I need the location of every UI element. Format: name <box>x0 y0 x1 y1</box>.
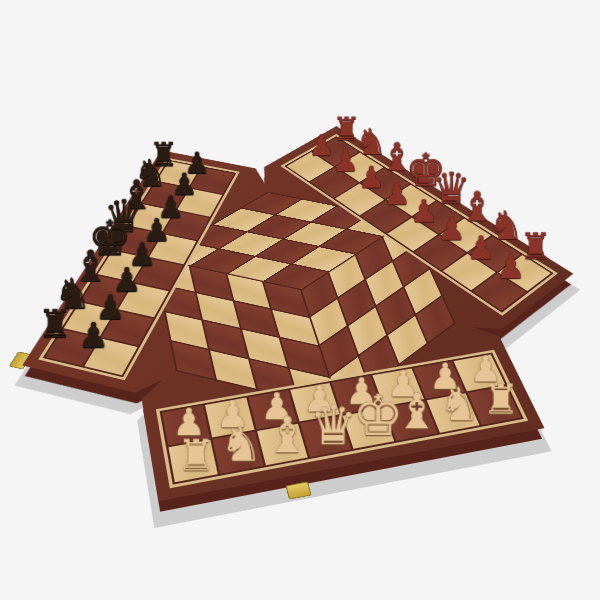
white-rook[interactable]: ♜ <box>480 379 522 420</box>
scene-perspective: ♟♟♟♟♟♟♟♟♜♞♝♛♚♝♞♜♟♟♟♟♟♟♟♟♜♞♝♛♚♝♞♜♟♟♟♟♟♟♟♟… <box>0 0 600 600</box>
red-pawn[interactable]: ♟ <box>492 250 529 283</box>
board-cell[interactable]: ♜ <box>168 440 218 483</box>
board-cell[interactable]: ♞ <box>213 432 263 474</box>
board-cell[interactable]: ♝ <box>257 424 308 466</box>
white-bishop[interactable]: ♝ <box>265 411 308 461</box>
black-rook[interactable]: ♜ <box>36 304 75 343</box>
white-rook[interactable]: ♜ <box>174 434 218 477</box>
white-queen[interactable]: ♛ <box>309 398 352 452</box>
white-knight[interactable]: ♞ <box>438 382 480 428</box>
white-king[interactable]: ♚ <box>352 387 395 444</box>
product-render-stage: ♟♟♟♟♟♟♟♟♜♞♝♛♚♝♞♜♟♟♟♟♟♟♟♟♜♞♝♛♚♝♞♜♟♟♟♟♟♟♟♟… <box>0 0 600 600</box>
black-pawn[interactable]: ♟ <box>74 317 113 352</box>
white-knight[interactable]: ♞ <box>220 421 263 469</box>
